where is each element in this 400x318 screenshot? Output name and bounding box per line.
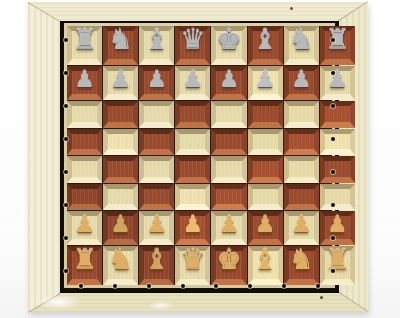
- piece-gold-pawn-d2[interactable]: ♟: [183, 213, 204, 236]
- square-g1[interactable]: ♞: [284, 246, 319, 285]
- square-f1[interactable]: ♝: [248, 246, 283, 285]
- piece-gold-pawn-b2[interactable]: ♟: [110, 213, 131, 236]
- board-inner-border: ♜♞♝♛♚♝♞♜♟♟♟♟♟♟♟♟♟♟♟♟♟♟♟♟♜♞♝♛♚♝♞♜: [60, 21, 339, 293]
- square-f5[interactable]: [248, 129, 283, 156]
- square-f7[interactable]: ♟: [248, 66, 283, 100]
- square-g2[interactable]: ♟: [284, 211, 319, 245]
- square-f8[interactable]: ♝: [248, 26, 283, 65]
- square-g4[interactable]: [284, 156, 319, 183]
- piece-silver-knight-b8[interactable]: ♞: [108, 26, 133, 54]
- piece-silver-pawn-d7[interactable]: ♟: [183, 68, 204, 91]
- fastener-dot-left: [64, 137, 68, 141]
- piece-silver-pawn-b7[interactable]: ♟: [110, 68, 131, 91]
- piece-silver-bishop-c8[interactable]: ♝: [144, 26, 169, 54]
- square-c7[interactable]: ♟: [139, 66, 174, 100]
- piece-gold-bishop-c1[interactable]: ♝: [144, 246, 169, 274]
- square-a4[interactable]: [67, 156, 102, 183]
- fastener-dot-bottom: [113, 284, 117, 288]
- square-a6[interactable]: [67, 101, 102, 128]
- square-f6[interactable]: [248, 101, 283, 128]
- square-h7[interactable]: ♟: [320, 66, 355, 100]
- square-e6[interactable]: [211, 101, 246, 128]
- fastener-dot-bottom: [248, 284, 252, 288]
- wood-speck: [290, 7, 293, 10]
- fastener-dot-right: [331, 104, 335, 108]
- square-h6[interactable]: [320, 101, 355, 128]
- square-d4[interactable]: [175, 156, 210, 183]
- piece-silver-rook-a8[interactable]: ♜: [72, 26, 97, 54]
- square-f2[interactable]: ♟: [248, 211, 283, 245]
- square-d7[interactable]: ♟: [175, 66, 210, 100]
- square-b5[interactable]: [103, 129, 138, 156]
- square-a5[interactable]: [67, 129, 102, 156]
- piece-silver-pawn-g7[interactable]: ♟: [291, 68, 312, 91]
- square-c8[interactable]: ♝: [139, 26, 174, 65]
- square-c5[interactable]: [139, 129, 174, 156]
- square-a7[interactable]: ♟: [67, 66, 102, 100]
- fastener-dot-bottom: [147, 284, 151, 288]
- square-c4[interactable]: [139, 156, 174, 183]
- square-d5[interactable]: [175, 129, 210, 156]
- square-c6[interactable]: [139, 101, 174, 128]
- square-b2[interactable]: ♟: [103, 211, 138, 245]
- piece-gold-pawn-e2[interactable]: ♟: [219, 213, 240, 236]
- piece-gold-rook-h1[interactable]: ♜: [325, 246, 350, 274]
- square-a1[interactable]: ♜: [67, 246, 102, 285]
- square-d3[interactable]: [175, 184, 210, 211]
- fastener-dot-right: [331, 38, 335, 42]
- piece-gold-pawn-g2[interactable]: ♟: [291, 213, 312, 236]
- piece-gold-knight-g1[interactable]: ♞: [289, 246, 314, 274]
- square-e4[interactable]: [211, 156, 246, 183]
- piece-gold-pawn-f2[interactable]: ♟: [255, 213, 276, 236]
- square-b7[interactable]: ♟: [103, 66, 138, 100]
- square-c3[interactable]: [139, 184, 174, 211]
- square-f4[interactable]: [248, 156, 283, 183]
- square-e5[interactable]: [211, 129, 246, 156]
- square-f3[interactable]: [248, 184, 283, 211]
- fastener-dot-left: [64, 38, 68, 42]
- piece-silver-pawn-c7[interactable]: ♟: [146, 68, 167, 91]
- square-g7[interactable]: ♟: [284, 66, 319, 100]
- square-d8[interactable]: ♛: [175, 26, 210, 65]
- square-b6[interactable]: [103, 101, 138, 128]
- piece-silver-pawn-a7[interactable]: ♟: [74, 68, 95, 91]
- piece-silver-bishop-f8[interactable]: ♝: [253, 26, 278, 54]
- piece-silver-pawn-e7[interactable]: ♟: [219, 68, 240, 91]
- piece-gold-king-e1[interactable]: ♚: [216, 246, 241, 274]
- square-b8[interactable]: ♞: [103, 26, 138, 65]
- square-h8[interactable]: ♜: [320, 26, 355, 65]
- square-d6[interactable]: [175, 101, 210, 128]
- piece-gold-pawn-a2[interactable]: ♟: [74, 213, 95, 236]
- square-c2[interactable]: ♟: [139, 211, 174, 245]
- square-e7[interactable]: ♟: [211, 66, 246, 100]
- wood-speck: [320, 296, 323, 299]
- square-e3[interactable]: [211, 184, 246, 211]
- square-h4[interactable]: [320, 156, 355, 183]
- piece-gold-bishop-f1[interactable]: ♝: [253, 246, 278, 274]
- piece-gold-pawn-h2[interactable]: ♟: [327, 213, 348, 236]
- fastener-dot-right: [331, 137, 335, 141]
- square-g3[interactable]: [284, 184, 319, 211]
- square-g6[interactable]: [284, 101, 319, 128]
- square-a8[interactable]: ♜: [67, 26, 102, 65]
- board-apron: ♜♞♝♛♚♝♞♜♟♟♟♟♟♟♟♟♟♟♟♟♟♟♟♟♜♞♝♛♚♝♞♜: [64, 23, 335, 288]
- square-e1[interactable]: ♚: [211, 246, 246, 285]
- square-b3[interactable]: [103, 184, 138, 211]
- piece-gold-queen-d1[interactable]: ♛: [180, 246, 205, 274]
- square-h2[interactable]: ♟: [320, 211, 355, 245]
- fastener-dot-left: [64, 71, 68, 75]
- square-e8[interactable]: ♚: [211, 26, 246, 65]
- fastener-dot-bottom: [316, 284, 320, 288]
- piece-silver-knight-g8[interactable]: ♞: [289, 26, 314, 54]
- fastener-dot-bottom: [282, 284, 286, 288]
- square-h3[interactable]: [320, 184, 355, 211]
- square-h1[interactable]: ♜: [320, 246, 355, 285]
- fastener-dot-left: [64, 104, 68, 108]
- fastener-dot-bottom: [214, 284, 218, 288]
- square-g5[interactable]: [284, 129, 319, 156]
- fastener-dot-right: [331, 71, 335, 75]
- piece-silver-rook-h8[interactable]: ♜: [325, 26, 350, 54]
- square-e2[interactable]: ♟: [211, 211, 246, 245]
- square-c1[interactable]: ♝: [139, 246, 174, 285]
- board-frame: ♜♞♝♛♚♝♞♜♟♟♟♟♟♟♟♟♟♟♟♟♟♟♟♟♜♞♝♛♚♝♞♜: [28, 2, 368, 312]
- piece-silver-pawn-f7[interactable]: ♟: [255, 68, 276, 91]
- square-d1[interactable]: ♛: [175, 246, 210, 285]
- square-b4[interactable]: [103, 156, 138, 183]
- piece-silver-king-e8[interactable]: ♚: [216, 26, 241, 54]
- chessboard: ♜♞♝♛♚♝♞♜♟♟♟♟♟♟♟♟♟♟♟♟♟♟♟♟♜♞♝♛♚♝♞♜: [67, 26, 332, 285]
- square-g8[interactable]: ♞: [284, 26, 319, 65]
- piece-gold-pawn-c2[interactable]: ♟: [146, 213, 167, 236]
- fastener-dot-bottom: [181, 284, 185, 288]
- piece-silver-queen-d8[interactable]: ♛: [180, 26, 205, 54]
- square-b1[interactable]: ♞: [103, 246, 138, 285]
- piece-gold-knight-b1[interactable]: ♞: [108, 246, 133, 274]
- piece-gold-rook-a1[interactable]: ♜: [72, 246, 97, 274]
- square-d2[interactable]: ♟: [175, 211, 210, 245]
- fastener-dot-bottom: [79, 284, 83, 288]
- square-h5[interactable]: [320, 129, 355, 156]
- square-a3[interactable]: [67, 184, 102, 211]
- square-a2[interactable]: ♟: [67, 211, 102, 245]
